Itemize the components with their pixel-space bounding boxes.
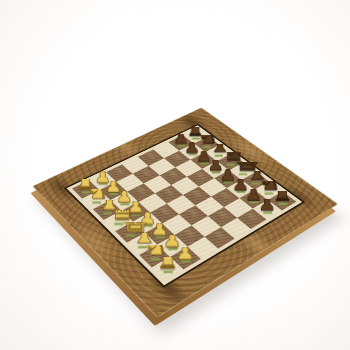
felt-base xyxy=(163,271,173,273)
white-rook-h1[interactable]: ♜ xyxy=(156,257,178,279)
chess-board: ♜♞♝♛♚♝♞♜♟♟♟♟♟♟♟♟♟♟♟♟♟♟♟♟♜♞♝♛♚♝♞♜ xyxy=(32,108,338,318)
felt-base xyxy=(278,203,287,205)
white-rook-icon: ♜ xyxy=(156,249,178,271)
photo-background: ♜♞♝♛♚♝♞♜♟♟♟♟♟♟♟♟♟♟♟♟♟♟♟♟♜♞♝♛♚♝♞♜ xyxy=(0,0,350,350)
board-frame: ♜♞♝♛♚♝♞♜♟♟♟♟♟♟♟♟♟♟♟♟♟♟♟♟♜♞♝♛♚♝♞♜ xyxy=(32,108,338,318)
felt-base xyxy=(263,212,272,214)
felt-base xyxy=(181,260,191,262)
black-pawn-h7[interactable]: ♟ xyxy=(257,199,277,219)
black-pawn-icon: ♟ xyxy=(257,193,277,213)
square-h1[interactable]: ♜ xyxy=(152,257,183,281)
